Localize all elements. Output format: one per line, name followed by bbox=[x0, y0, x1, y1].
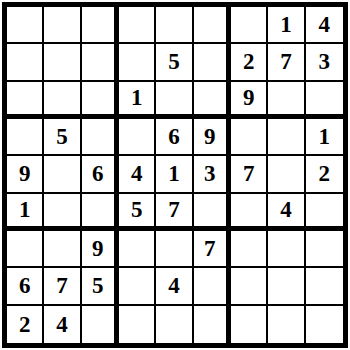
cell-r4c4-empty[interactable] bbox=[119, 119, 156, 156]
cell-r2c4-empty[interactable] bbox=[119, 44, 156, 81]
cell-r8c2-given: 7 bbox=[44, 268, 81, 305]
cell-r6c7-empty[interactable] bbox=[231, 194, 268, 231]
cell-r7c3-given: 9 bbox=[82, 231, 119, 268]
cell-r4c5-given: 6 bbox=[156, 119, 193, 156]
sudoku-board: 1452731956919641372157497675424 bbox=[2, 2, 348, 348]
cell-r7c4-empty[interactable] bbox=[119, 231, 156, 268]
cell-r6c9-empty[interactable] bbox=[306, 194, 343, 231]
cell-r6c2-empty[interactable] bbox=[44, 194, 81, 231]
cell-r5c9-given: 2 bbox=[306, 156, 343, 193]
cell-r3c4-given: 1 bbox=[119, 82, 156, 119]
cell-r4c7-empty[interactable] bbox=[231, 119, 268, 156]
cell-r9c2-given: 4 bbox=[44, 306, 81, 343]
cell-r4c9-given: 1 bbox=[306, 119, 343, 156]
cell-r2c6-empty[interactable] bbox=[194, 44, 231, 81]
cell-r9c7-empty[interactable] bbox=[231, 306, 268, 343]
cell-r3c6-empty[interactable] bbox=[194, 82, 231, 119]
cell-r9c3-empty[interactable] bbox=[82, 306, 119, 343]
cell-r2c1-empty[interactable] bbox=[7, 44, 44, 81]
cell-r3c3-empty[interactable] bbox=[82, 82, 119, 119]
cell-r3c1-empty[interactable] bbox=[7, 82, 44, 119]
cell-r9c4-empty[interactable] bbox=[119, 306, 156, 343]
cell-r4c3-empty[interactable] bbox=[82, 119, 119, 156]
cell-r1c4-empty[interactable] bbox=[119, 7, 156, 44]
cell-r6c5-given: 7 bbox=[156, 194, 193, 231]
cell-r3c2-empty[interactable] bbox=[44, 82, 81, 119]
cell-r5c3-given: 6 bbox=[82, 156, 119, 193]
cell-r8c8-empty[interactable] bbox=[268, 268, 305, 305]
cell-r5c7-given: 7 bbox=[231, 156, 268, 193]
sudoku-frame: 1452731956919641372157497675424 bbox=[0, 0, 350, 350]
cell-r2c8-given: 7 bbox=[268, 44, 305, 81]
cell-r5c1-given: 9 bbox=[7, 156, 44, 193]
cell-r1c3-empty[interactable] bbox=[82, 7, 119, 44]
cell-r7c9-empty[interactable] bbox=[306, 231, 343, 268]
cell-r3c5-empty[interactable] bbox=[156, 82, 193, 119]
cell-r5c8-empty[interactable] bbox=[268, 156, 305, 193]
cell-r1c5-empty[interactable] bbox=[156, 7, 193, 44]
cell-r1c6-empty[interactable] bbox=[194, 7, 231, 44]
cell-r8c5-given: 4 bbox=[156, 268, 193, 305]
cell-r5c5-given: 1 bbox=[156, 156, 193, 193]
cell-r9c9-empty[interactable] bbox=[306, 306, 343, 343]
cell-r6c8-given: 4 bbox=[268, 194, 305, 231]
cell-r8c4-empty[interactable] bbox=[119, 268, 156, 305]
cell-r7c6-given: 7 bbox=[194, 231, 231, 268]
cell-r4c1-empty[interactable] bbox=[7, 119, 44, 156]
cell-r8c7-empty[interactable] bbox=[231, 268, 268, 305]
cell-r8c1-given: 6 bbox=[7, 268, 44, 305]
cell-r2c5-given: 5 bbox=[156, 44, 193, 81]
cell-r5c4-given: 4 bbox=[119, 156, 156, 193]
cell-r6c1-given: 1 bbox=[7, 194, 44, 231]
cell-r4c2-given: 5 bbox=[44, 119, 81, 156]
cell-r6c4-given: 5 bbox=[119, 194, 156, 231]
cell-r1c7-empty[interactable] bbox=[231, 7, 268, 44]
cell-r6c6-empty[interactable] bbox=[194, 194, 231, 231]
cell-r1c8-given: 1 bbox=[268, 7, 305, 44]
cell-r8c3-given: 5 bbox=[82, 268, 119, 305]
cell-r8c9-empty[interactable] bbox=[306, 268, 343, 305]
cell-r2c7-given: 2 bbox=[231, 44, 268, 81]
cell-r9c5-empty[interactable] bbox=[156, 306, 193, 343]
cell-r4c8-empty[interactable] bbox=[268, 119, 305, 156]
cell-r7c8-empty[interactable] bbox=[268, 231, 305, 268]
cell-r9c1-given: 2 bbox=[7, 306, 44, 343]
cell-r9c8-empty[interactable] bbox=[268, 306, 305, 343]
cell-r9c6-empty[interactable] bbox=[194, 306, 231, 343]
cell-r7c5-empty[interactable] bbox=[156, 231, 193, 268]
cell-r3c9-empty[interactable] bbox=[306, 82, 343, 119]
cell-r2c9-given: 3 bbox=[306, 44, 343, 81]
cell-r7c7-empty[interactable] bbox=[231, 231, 268, 268]
cell-r3c8-empty[interactable] bbox=[268, 82, 305, 119]
cell-r5c6-given: 3 bbox=[194, 156, 231, 193]
cell-r7c1-empty[interactable] bbox=[7, 231, 44, 268]
cell-r5c2-empty[interactable] bbox=[44, 156, 81, 193]
cell-r2c3-empty[interactable] bbox=[82, 44, 119, 81]
cell-r4c6-given: 9 bbox=[194, 119, 231, 156]
cell-r7c2-empty[interactable] bbox=[44, 231, 81, 268]
cell-r6c3-empty[interactable] bbox=[82, 194, 119, 231]
cell-r2c2-empty[interactable] bbox=[44, 44, 81, 81]
cell-r1c9-given: 4 bbox=[306, 7, 343, 44]
cell-r8c6-empty[interactable] bbox=[194, 268, 231, 305]
cell-r3c7-given: 9 bbox=[231, 82, 268, 119]
cell-r1c2-empty[interactable] bbox=[44, 7, 81, 44]
cell-r1c1-empty[interactable] bbox=[7, 7, 44, 44]
